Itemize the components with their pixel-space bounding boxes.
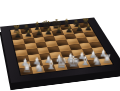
square-h1: ♜ — [98, 58, 112, 65]
square-a5 — [14, 44, 26, 51]
chess-board: ♜♞♝♛♚♝♞♜♟♟♟♟♟♟♟♟♟♟♟♟♟♟♟♟♜♞♝♛♚♝♞♜ — [0, 17, 120, 83]
piece-white-pawn: ♟ — [94, 49, 114, 58]
piece-black-rook: ♜ — [77, 18, 94, 27]
square-h4 — [89, 42, 102, 48]
board-squares: ♜♞♝♛♚♝♞♜♟♟♟♟♟♟♟♟♟♟♟♟♟♟♟♟♜♞♝♛♚♝♞♜ — [10, 22, 112, 75]
scene: ♜♞♝♛♚♝♞♜♟♟♟♟♟♟♟♟♟♟♟♟♟♟♟♟♜♞♝♛♚♝♞♜ — [0, 0, 120, 91]
chess-set-photo: ♜♞♝♛♚♝♞♜♟♟♟♟♟♟♟♟♟♟♟♟♟♟♟♟♜♞♝♛♚♝♞♜ — [0, 0, 120, 91]
square-a6 — [13, 39, 25, 45]
